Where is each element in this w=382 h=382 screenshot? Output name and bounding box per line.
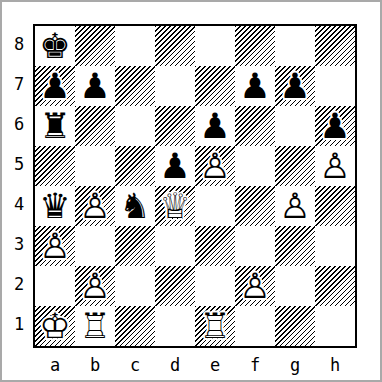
white-rook-halo: ♜ xyxy=(75,306,115,346)
file-label-c: c xyxy=(115,353,155,377)
file-label-b: b xyxy=(75,353,115,377)
white-pawn-icon: ♙ xyxy=(75,266,115,306)
white-queen-icon: ♕ xyxy=(155,186,195,226)
white-pawn-halo: ♟ xyxy=(75,186,115,226)
white-pawn-icon: ♙ xyxy=(35,226,75,266)
black-pawn-halo: ♟ xyxy=(35,66,75,106)
rank-label-5: 5 xyxy=(9,144,29,184)
square-e5[interactable]: ♟♙ xyxy=(195,146,235,186)
square-d8[interactable] xyxy=(155,26,195,66)
square-f5[interactable] xyxy=(235,146,275,186)
square-f4[interactable] xyxy=(235,186,275,226)
rank-label-6: 6 xyxy=(9,104,29,144)
square-c8[interactable] xyxy=(115,26,155,66)
square-a3[interactable]: ♟♙ xyxy=(35,226,75,266)
square-d7[interactable] xyxy=(155,66,195,106)
black-pawn-halo: ♟ xyxy=(195,106,235,146)
white-pawn-halo: ♟ xyxy=(75,266,115,306)
square-f7[interactable]: ♟♟ xyxy=(235,66,275,106)
square-g6[interactable] xyxy=(275,106,315,146)
square-d5[interactable]: ♟♟ xyxy=(155,146,195,186)
square-d6[interactable] xyxy=(155,106,195,146)
white-pawn-icon: ♙ xyxy=(195,146,235,186)
square-e1[interactable]: ♜♖ xyxy=(195,306,235,346)
square-a5[interactable] xyxy=(35,146,75,186)
black-pawn-icon: ♟ xyxy=(315,106,355,146)
square-h1[interactable] xyxy=(315,306,355,346)
square-a4[interactable]: ♛♛ xyxy=(35,186,75,226)
square-e4[interactable] xyxy=(195,186,235,226)
square-b7[interactable]: ♟♟ xyxy=(75,66,115,106)
black-pawn-icon: ♟ xyxy=(35,66,75,106)
square-b1[interactable]: ♜♖ xyxy=(75,306,115,346)
white-king-halo: ♚ xyxy=(35,306,75,346)
square-d3[interactable] xyxy=(155,226,195,266)
square-c4[interactable]: ♞♞ xyxy=(115,186,155,226)
white-king-icon: ♔ xyxy=(35,306,75,346)
square-c1[interactable] xyxy=(115,306,155,346)
square-c3[interactable] xyxy=(115,226,155,266)
black-queen-icon: ♛ xyxy=(35,186,75,226)
white-pawn-icon: ♙ xyxy=(275,186,315,226)
black-pawn-halo: ♟ xyxy=(275,66,315,106)
black-rook-icon: ♜ xyxy=(35,106,75,146)
square-e7[interactable] xyxy=(195,66,235,106)
file-label-g: g xyxy=(275,353,315,377)
black-rook-halo: ♜ xyxy=(35,106,75,146)
square-f2[interactable]: ♟♙ xyxy=(235,266,275,306)
square-c7[interactable] xyxy=(115,66,155,106)
white-rook-icon: ♖ xyxy=(195,306,235,346)
white-pawn-halo: ♟ xyxy=(235,266,275,306)
white-pawn-halo: ♟ xyxy=(35,226,75,266)
square-h6[interactable]: ♟♟ xyxy=(315,106,355,146)
black-knight-icon: ♞ xyxy=(115,186,155,226)
square-h4[interactable] xyxy=(315,186,355,226)
file-label-f: f xyxy=(235,353,275,377)
square-a1[interactable]: ♚♔ xyxy=(35,306,75,346)
white-rook-icon: ♖ xyxy=(75,306,115,346)
square-f1[interactable] xyxy=(235,306,275,346)
black-pawn-icon: ♟ xyxy=(155,146,195,186)
square-b6[interactable] xyxy=(75,106,115,146)
file-label-h: h xyxy=(315,353,355,377)
rank-label-3: 3 xyxy=(9,224,29,264)
black-pawn-halo: ♟ xyxy=(75,66,115,106)
rank-label-1: 1 xyxy=(9,304,29,344)
square-g1[interactable] xyxy=(275,306,315,346)
square-f8[interactable] xyxy=(235,26,275,66)
square-a2[interactable] xyxy=(35,266,75,306)
rank-label-8: 8 xyxy=(9,24,29,64)
rank-label-2: 2 xyxy=(9,264,29,304)
chess-board: ♚♚♟♟♟♟♟♟♟♟♜♜♟♟♟♟♟♟♟♙♟♙♛♛♟♙♞♞♛♕♟♙♟♙♟♙♟♙♚♔… xyxy=(33,24,357,348)
square-f6[interactable] xyxy=(235,106,275,146)
square-b5[interactable] xyxy=(75,146,115,186)
rank-label-4: 4 xyxy=(9,184,29,224)
white-pawn-icon: ♙ xyxy=(235,266,275,306)
square-h3[interactable] xyxy=(315,226,355,266)
black-queen-halo: ♛ xyxy=(35,186,75,226)
chess-diagram: ♚♚♟♟♟♟♟♟♟♟♜♜♟♟♟♟♟♟♟♙♟♙♛♛♟♙♞♞♛♕♟♙♟♙♟♙♟♙♚♔… xyxy=(0,0,382,382)
square-d2[interactable] xyxy=(155,266,195,306)
white-pawn-halo: ♟ xyxy=(275,186,315,226)
black-pawn-icon: ♟ xyxy=(195,106,235,146)
file-label-a: a xyxy=(35,353,75,377)
black-pawn-icon: ♟ xyxy=(235,66,275,106)
white-rook-halo: ♜ xyxy=(195,306,235,346)
square-g8[interactable] xyxy=(275,26,315,66)
rank-label-7: 7 xyxy=(9,64,29,104)
black-pawn-halo: ♟ xyxy=(315,106,355,146)
square-b8[interactable] xyxy=(75,26,115,66)
square-f3[interactable] xyxy=(235,226,275,266)
square-h8[interactable] xyxy=(315,26,355,66)
square-g5[interactable] xyxy=(275,146,315,186)
black-king-icon: ♚ xyxy=(35,26,75,66)
square-e8[interactable] xyxy=(195,26,235,66)
square-g3[interactable] xyxy=(275,226,315,266)
black-pawn-halo: ♟ xyxy=(235,66,275,106)
square-c2[interactable] xyxy=(115,266,155,306)
square-b2[interactable]: ♟♙ xyxy=(75,266,115,306)
white-pawn-halo: ♟ xyxy=(315,146,355,186)
black-knight-halo: ♞ xyxy=(115,186,155,226)
file-label-d: d xyxy=(155,353,195,377)
black-king-halo: ♚ xyxy=(35,26,75,66)
white-pawn-icon: ♙ xyxy=(315,146,355,186)
file-label-e: e xyxy=(195,353,235,377)
white-queen-halo: ♛ xyxy=(155,186,195,226)
square-c5[interactable] xyxy=(115,146,155,186)
square-a8[interactable]: ♚♚ xyxy=(35,26,75,66)
square-c6[interactable] xyxy=(115,106,155,146)
square-a6[interactable]: ♜♜ xyxy=(35,106,75,146)
square-e3[interactable] xyxy=(195,226,235,266)
black-pawn-icon: ♟ xyxy=(275,66,315,106)
square-d1[interactable] xyxy=(155,306,195,346)
square-h7[interactable] xyxy=(315,66,355,106)
white-pawn-halo: ♟ xyxy=(195,146,235,186)
square-g2[interactable] xyxy=(275,266,315,306)
square-a7[interactable]: ♟♟ xyxy=(35,66,75,106)
square-h5[interactable]: ♟♙ xyxy=(315,146,355,186)
square-h2[interactable] xyxy=(315,266,355,306)
square-g7[interactable]: ♟♟ xyxy=(275,66,315,106)
square-b4[interactable]: ♟♙ xyxy=(75,186,115,226)
white-pawn-icon: ♙ xyxy=(75,186,115,226)
black-pawn-icon: ♟ xyxy=(75,66,115,106)
black-pawn-halo: ♟ xyxy=(155,146,195,186)
square-b3[interactable] xyxy=(75,226,115,266)
square-g4[interactable]: ♟♙ xyxy=(275,186,315,226)
square-e6[interactable]: ♟♟ xyxy=(195,106,235,146)
square-e2[interactable] xyxy=(195,266,235,306)
square-d4[interactable]: ♛♕ xyxy=(155,186,195,226)
